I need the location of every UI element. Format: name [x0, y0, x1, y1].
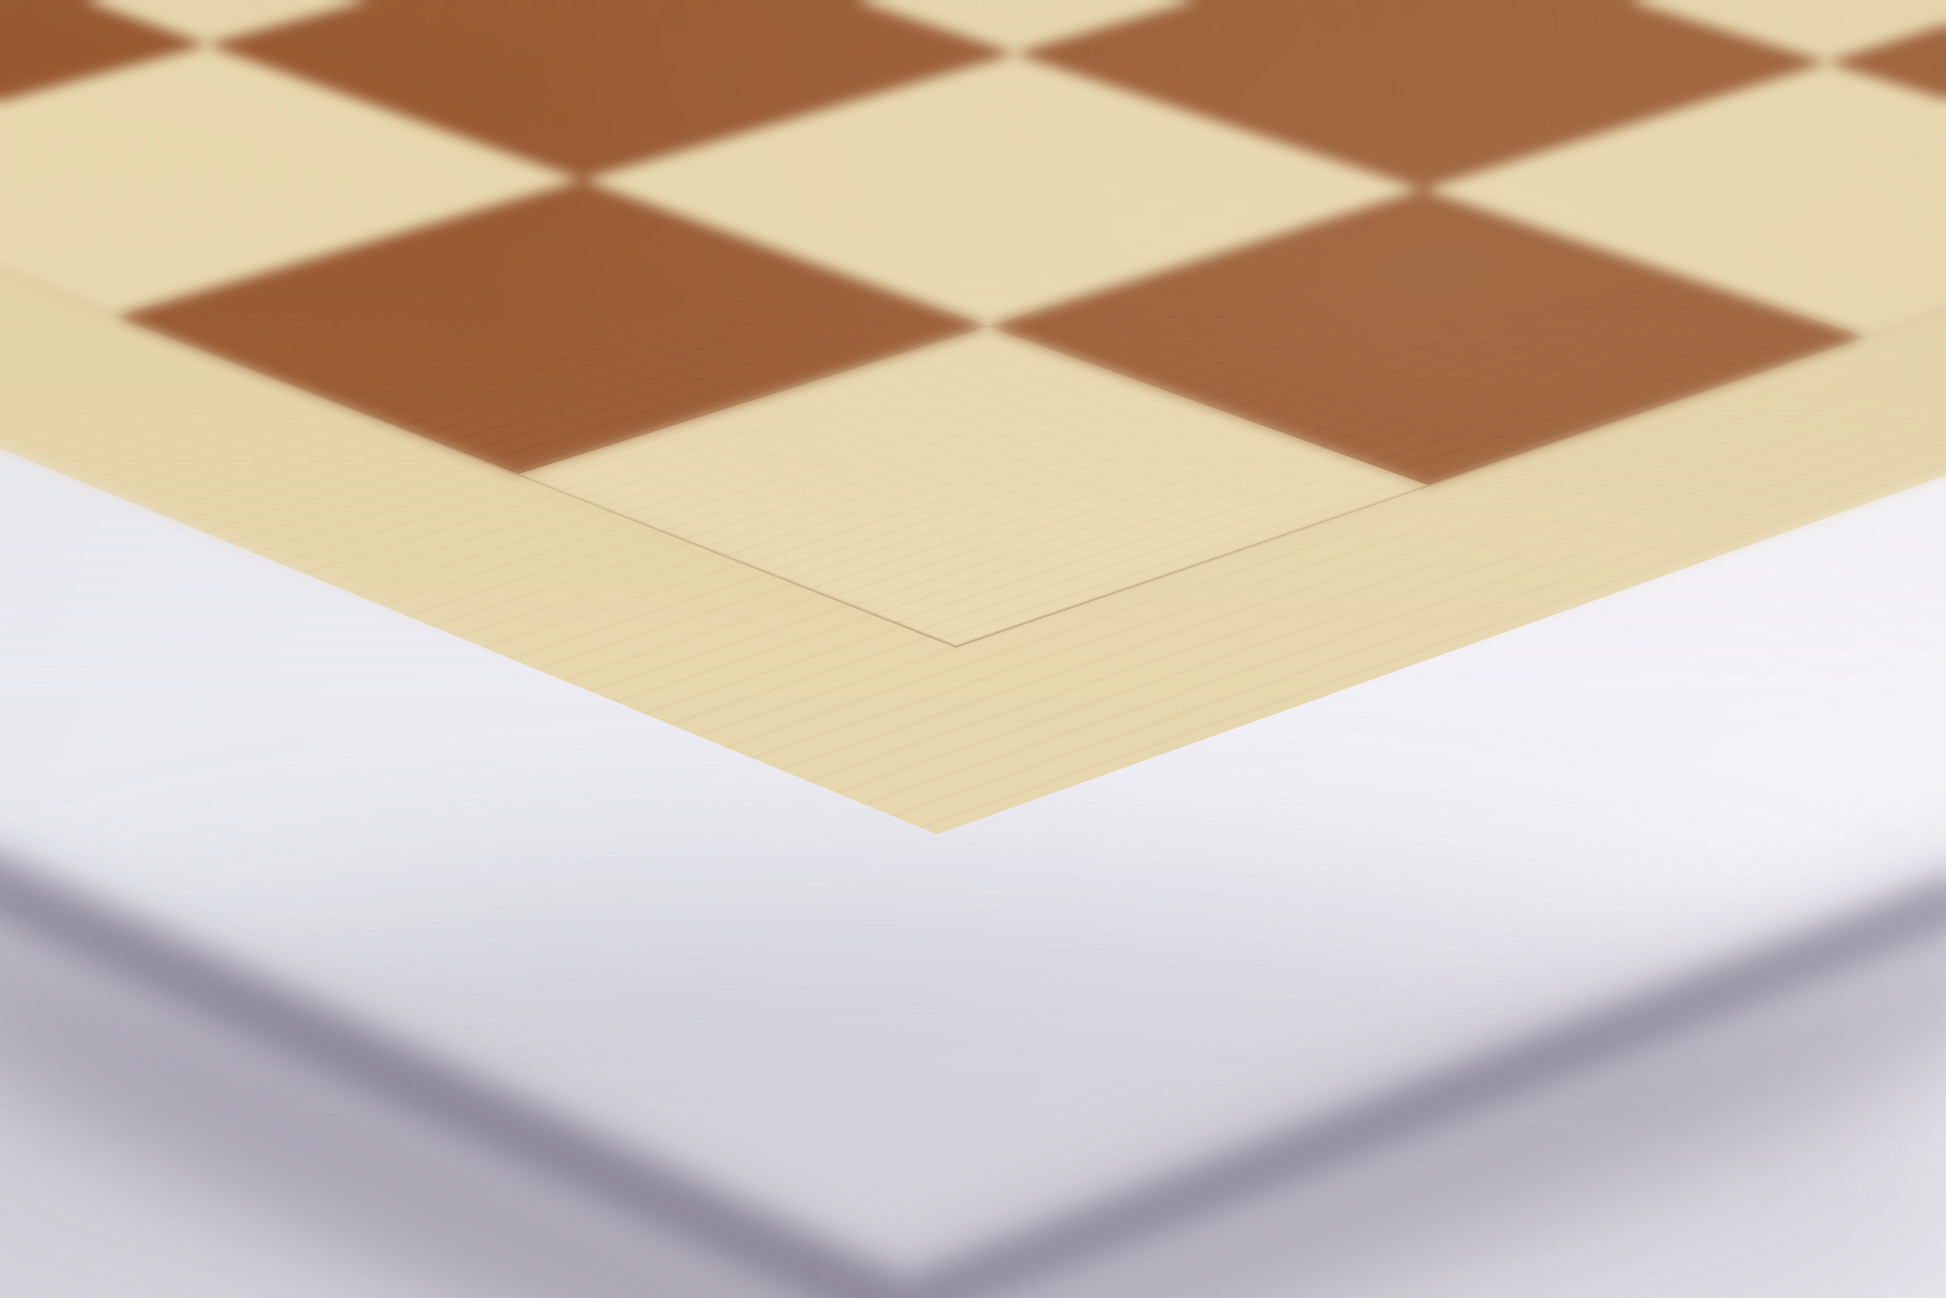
square-g1	[117, 180, 988, 474]
scene: LES ÉCHIQUIERS DU ROI	[0, 0, 1946, 1298]
square-f2	[207, 0, 1015, 180]
square-e2	[0, 0, 637, 45]
photo-frame: LES ÉCHIQUIERS DU ROI	[0, 0, 1946, 1298]
square-h1	[519, 326, 1428, 645]
square-e1	[0, 0, 207, 171]
square-f3	[637, 0, 1418, 53]
square-f1	[0, 45, 582, 316]
square-h3	[1423, 62, 1946, 336]
square-g4	[1418, 0, 1946, 62]
square-h2	[988, 190, 1864, 486]
square-g2	[582, 53, 1422, 326]
square-g3	[1015, 0, 1827, 190]
square-h4	[1827, 0, 1946, 199]
chess-grid	[0, 0, 1946, 646]
